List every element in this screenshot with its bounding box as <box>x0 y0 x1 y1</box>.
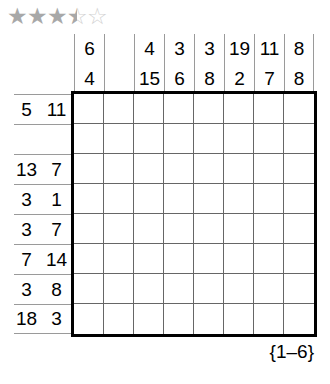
star-filled-icon: ★ <box>7 3 27 29</box>
grid-cell[interactable] <box>134 94 164 124</box>
grid-cell[interactable] <box>164 184 194 214</box>
puzzle-grid <box>71 91 317 337</box>
top-clue-cell: 8 <box>194 64 224 94</box>
grid-cell[interactable] <box>194 124 224 154</box>
left-clue-cell <box>14 124 44 154</box>
grid-cell[interactable] <box>164 274 194 304</box>
top-clue-cell: 3 <box>164 34 194 64</box>
grid-cell[interactable] <box>284 94 314 124</box>
grid-cell[interactable] <box>254 124 284 154</box>
left-clue-cell: 13 <box>14 154 44 184</box>
grid-cell[interactable] <box>254 214 284 244</box>
left-clue-cell: 7 <box>14 244 44 274</box>
grid-cell[interactable] <box>164 304 194 334</box>
left-clue-cell: 1 <box>44 184 74 214</box>
grid-cell[interactable] <box>134 304 164 334</box>
top-clue-cell: 2 <box>224 64 254 94</box>
column-clues: 64331911841568278 <box>74 34 314 94</box>
left-clue-cell: 3 <box>14 184 44 214</box>
grid-cell[interactable] <box>224 124 254 154</box>
grid-cell[interactable] <box>194 154 224 184</box>
grid-cell[interactable] <box>164 244 194 274</box>
grid-cell[interactable] <box>224 94 254 124</box>
top-clue-cell: 7 <box>254 64 284 94</box>
grid-cell[interactable] <box>224 274 254 304</box>
grid-cell[interactable] <box>104 304 134 334</box>
grid-cell[interactable] <box>224 304 254 334</box>
left-clue-cell: 14 <box>44 244 74 274</box>
grid-cell[interactable] <box>164 94 194 124</box>
grid-cell[interactable] <box>74 124 104 154</box>
grid-cell[interactable] <box>284 274 314 304</box>
grid-cell[interactable] <box>104 244 134 274</box>
star-filled-icon: ★ <box>27 3 47 29</box>
grid-cell[interactable] <box>284 304 314 334</box>
grid-cell[interactable] <box>134 184 164 214</box>
grid-cell[interactable] <box>74 274 104 304</box>
top-clue-cell: 4 <box>74 64 104 94</box>
grid-cell[interactable] <box>134 214 164 244</box>
top-clue-cell: 19 <box>224 34 254 64</box>
grid-cell[interactable] <box>194 184 224 214</box>
grid-cell[interactable] <box>254 94 284 124</box>
top-clue-cell: 3 <box>194 34 224 64</box>
grid-cell[interactable] <box>74 304 104 334</box>
top-clue-cell: 15 <box>134 64 164 94</box>
grid-cell[interactable] <box>134 244 164 274</box>
grid-cell[interactable] <box>164 214 194 244</box>
top-clue-cell <box>104 64 134 94</box>
grid-cell[interactable] <box>134 124 164 154</box>
grid-cell[interactable] <box>254 154 284 184</box>
grid-cell[interactable] <box>254 274 284 304</box>
grid-cell[interactable] <box>104 154 134 184</box>
star-filled-icon: ★ <box>47 3 67 29</box>
grid-cell[interactable] <box>254 304 284 334</box>
grid-cell[interactable] <box>284 244 314 274</box>
star-outline-icon: ☆ <box>87 3 107 29</box>
grid-cell[interactable] <box>74 244 104 274</box>
left-clue-cell: 3 <box>14 214 44 244</box>
grid-cell[interactable] <box>104 274 134 304</box>
row-clues: 511137313771438183 <box>14 94 74 334</box>
grid-cell[interactable] <box>164 124 194 154</box>
top-clue-cell: 6 <box>74 34 104 64</box>
grid-cell[interactable] <box>164 154 194 184</box>
grid-cell[interactable] <box>224 184 254 214</box>
left-clue-cell: 3 <box>44 304 74 334</box>
grid-cell[interactable] <box>104 124 134 154</box>
top-clue-cell: 11 <box>254 34 284 64</box>
grid-cell[interactable] <box>194 214 224 244</box>
grid-cell[interactable] <box>134 274 164 304</box>
grid-cell[interactable] <box>194 244 224 274</box>
grid-cell[interactable] <box>74 94 104 124</box>
top-clue-cell: 6 <box>164 64 194 94</box>
left-clue-cell: 11 <box>44 94 74 124</box>
grid-cell[interactable] <box>104 94 134 124</box>
grid-cell[interactable] <box>74 184 104 214</box>
grid-cell[interactable] <box>284 124 314 154</box>
left-clue-cell: 18 <box>14 304 44 334</box>
grid-cell[interactable] <box>104 214 134 244</box>
grid-cell[interactable] <box>194 304 224 334</box>
grid-cell[interactable] <box>194 94 224 124</box>
left-clue-cell: 7 <box>44 214 74 244</box>
top-clue-cell <box>104 34 134 64</box>
grid-cell[interactable] <box>104 184 134 214</box>
grid-cell[interactable] <box>134 154 164 184</box>
left-clue-cell: 5 <box>14 94 44 124</box>
grid-cell[interactable] <box>194 274 224 304</box>
grid-cell[interactable] <box>284 214 314 244</box>
grid-cell[interactable] <box>284 154 314 184</box>
left-clue-cell <box>44 124 74 154</box>
left-clue-cell: 8 <box>44 274 74 304</box>
left-clue-cell: 3 <box>14 274 44 304</box>
top-clue-cell: 8 <box>284 34 314 64</box>
grid-cell[interactable] <box>254 244 284 274</box>
grid-cell[interactable] <box>224 244 254 274</box>
star-half-icon: ☆★ <box>67 3 87 29</box>
grid-cell[interactable] <box>74 214 104 244</box>
digit-range-label: {1–6} <box>74 341 314 363</box>
difficulty-stars: ★★★☆★☆ <box>7 3 107 29</box>
grid-cell[interactable] <box>74 154 104 184</box>
top-clue-cell: 8 <box>284 64 314 94</box>
grid-cell[interactable] <box>284 184 314 214</box>
top-clue-cell: 4 <box>134 34 164 64</box>
left-clue-cell: 7 <box>44 154 74 184</box>
grid-cell[interactable] <box>224 154 254 184</box>
grid-cell[interactable] <box>254 184 284 214</box>
grid-cell[interactable] <box>224 214 254 244</box>
